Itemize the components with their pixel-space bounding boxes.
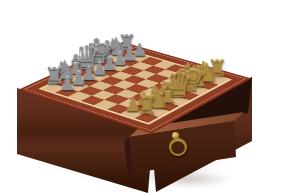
board-scene: ♜♟♟♜♞♟♟♞♝♟♟♝♚♟♟♚♛♟♟♛♝♟♟♝♞♟♟♞♜♟♟♜ — [0, 0, 290, 193]
piece-black-bishop: ♝ — [68, 34, 84, 78]
piece-black-rook: ♜ — [119, 12, 135, 54]
board-grid: ♜♟♟♜♞♟♟♞♝♟♟♝♚♟♟♚♛♟♟♛♝♟♟♝♞♟♟♞♜♟♟♜ — [43, 50, 228, 123]
piece-white-rook: ♜ — [208, 36, 224, 80]
piece-white-bishop: ♝ — [189, 46, 206, 91]
chess-board: ♜♟♟♜♞♟♟♞♝♟♟♝♚♟♟♚♛♟♟♛♝♟♟♝♞♟♟♞♜♟♟♜ — [18, 42, 251, 134]
board-inlay-border: ♜♟♟♜♞♟♟♞♝♟♟♝♚♟♟♚♛♟♟♛♝♟♟♝♞♟♟♞♜♟♟♜ — [38, 49, 232, 125]
piece-white-pawn: ♟ — [195, 33, 211, 76]
piece-black-pawn: ♟ — [59, 47, 76, 92]
piece-black-rook: ♜ — [46, 44, 63, 88]
piece-black-pawn: ♟ — [131, 16, 147, 58]
chess-set-photo: ♜♟♟♜♞♟♟♞♝♟♟♝♚♟♟♚♛♟♟♛♝♟♟♝♞♟♟♞♜♟♟♜ — [0, 0, 290, 193]
